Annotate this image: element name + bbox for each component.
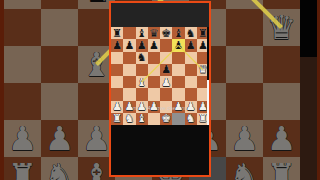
white-pawn-b2[interactable]: ♟ [123, 101, 135, 113]
black-pawn-e5[interactable]: ♟ [160, 64, 172, 76]
square-f6[interactable] [172, 52, 184, 64]
white-pawn-d2[interactable]: ♟ [148, 101, 160, 113]
square-c3[interactable] [136, 88, 148, 100]
square-a6[interactable] [111, 52, 123, 64]
frame-top-strip [111, 3, 209, 27]
black-pawn-c7[interactable]: ♟ [136, 39, 148, 51]
eval-bar-black-segment [207, 27, 209, 80]
square-f5[interactable] [172, 64, 184, 76]
white-rook-a1[interactable]: ♜ [111, 113, 123, 125]
square-f4[interactable] [172, 76, 184, 88]
square-c5[interactable] [136, 64, 148, 76]
eval-bar-white-segment [207, 80, 209, 125]
white-pawn-e4[interactable]: ♟ [160, 76, 172, 88]
black-bishop-c8[interactable]: ♝ [136, 27, 148, 39]
black-pawn-g7[interactable]: ♟ [185, 39, 197, 51]
square-d1[interactable] [148, 113, 160, 125]
black-king-e8[interactable]: ♚ [160, 27, 172, 39]
square-b3[interactable] [123, 88, 135, 100]
black-pawn-f7[interactable]: ♟ [172, 39, 184, 51]
white-king-e1[interactable]: ♚ [160, 113, 172, 125]
short-video-stage: ♜♝♛♚♝♞♜♟♟♟♟♟♟♟♞♟♛♝♟♟♟♟♟♟♟♟♜♞♝♚♞♜ ♜♝♛♚♝♞♜… [0, 0, 320, 180]
square-d4[interactable] [148, 76, 160, 88]
square-d5[interactable] [148, 64, 160, 76]
square-b8[interactable] [123, 27, 135, 39]
black-pawn-b7[interactable]: ♟ [123, 39, 135, 51]
black-knight-c6[interactable]: ♞ [136, 52, 148, 64]
white-pawn-g2[interactable]: ♟ [185, 101, 197, 113]
square-b5[interactable] [123, 64, 135, 76]
square-a4[interactable] [111, 76, 123, 88]
square-e6[interactable] [160, 52, 172, 64]
white-bishop-c4[interactable]: ♝ [136, 76, 148, 88]
black-pawn-d7[interactable]: ♟ [148, 39, 160, 51]
square-a5[interactable] [111, 64, 123, 76]
black-queen-d8[interactable]: ♛ [148, 27, 160, 39]
square-g5[interactable] [185, 64, 197, 76]
square-f3[interactable] [172, 88, 184, 100]
white-pawn-a2[interactable]: ♟ [111, 101, 123, 113]
square-e7[interactable] [160, 39, 172, 51]
black-knight-g8[interactable]: ♞ [185, 27, 197, 39]
eval-bar [207, 27, 209, 125]
white-knight-g1[interactable]: ♞ [185, 113, 197, 125]
white-pawn-c2[interactable]: ♟ [136, 101, 148, 113]
white-pawn-f2[interactable]: ♟ [172, 101, 184, 113]
white-bishop-c1[interactable]: ♝ [136, 113, 148, 125]
square-d6[interactable] [148, 52, 160, 64]
square-d3[interactable] [148, 88, 160, 100]
black-pawn-a7[interactable]: ♟ [111, 39, 123, 51]
square-g6[interactable] [185, 52, 197, 64]
black-bishop-f8[interactable]: ♝ [172, 27, 184, 39]
black-rook-a8[interactable]: ♜ [111, 27, 123, 39]
square-b4[interactable] [123, 76, 135, 88]
square-f1[interactable] [172, 113, 184, 125]
square-e3[interactable] [160, 88, 172, 100]
square-a3[interactable] [111, 88, 123, 100]
square-g4[interactable] [185, 76, 197, 88]
white-knight-b1[interactable]: ♞ [123, 113, 135, 125]
square-b6[interactable] [123, 52, 135, 64]
square-g3[interactable] [185, 88, 197, 100]
video-frame: ♜♝♛♚♝♞♜♟♟♟♟♟♟♟♞♟♛♝♟♟♟♟♟♟♟♟♜♞♝♚♞♜ Famous … [109, 1, 211, 177]
